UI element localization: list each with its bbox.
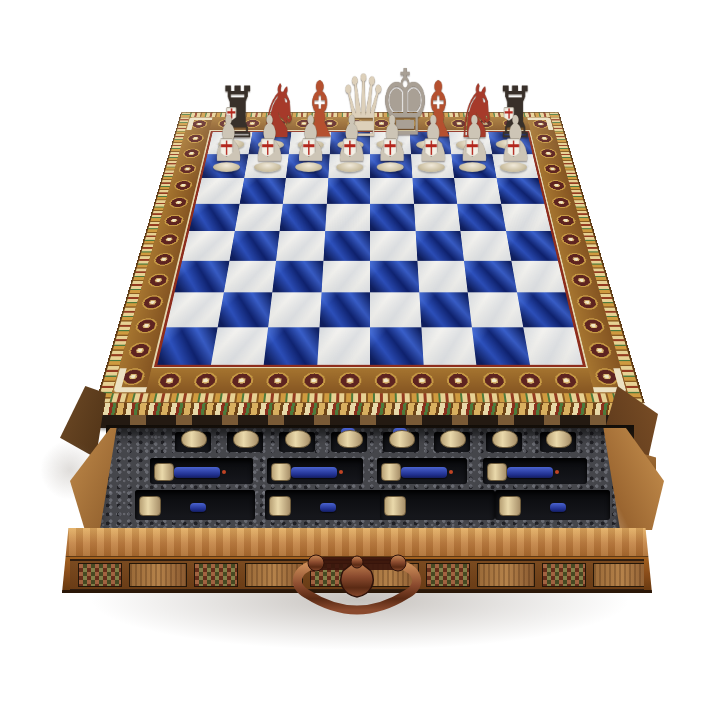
stored-piece-base <box>389 430 415 448</box>
foam-slot-middle-row <box>267 458 363 484</box>
shield-cross-horizontal <box>385 144 396 147</box>
shield-cross-vertical <box>389 140 391 154</box>
shield-cross-vertical <box>226 140 228 154</box>
storage-foam-insert <box>100 428 620 530</box>
stored-piece-base <box>154 463 174 481</box>
shield-cross-horizontal <box>221 144 232 147</box>
foam-slot-back-row <box>227 432 263 452</box>
stored-piece-base <box>285 430 311 448</box>
stored-piece-base <box>139 496 161 516</box>
stored-piece-base <box>337 430 363 448</box>
handle-finial <box>351 556 363 568</box>
inlay-checker-motif <box>426 563 470 587</box>
stored-piece-base <box>546 430 572 448</box>
foam-slot-front-row <box>265 490 385 520</box>
foam-slot-front-row <box>380 490 495 520</box>
inlay-wood-panel <box>593 563 644 587</box>
foam-slot-middle-row <box>377 458 467 484</box>
stored-piece-base <box>269 496 291 516</box>
shield-cross-vertical <box>267 140 269 154</box>
shield-cross-horizontal <box>344 144 355 147</box>
foam-slot-back-row <box>383 432 419 452</box>
stored-blue-piece <box>291 467 337 478</box>
stored-blue-piece <box>174 467 220 478</box>
shield-cross-vertical <box>471 140 473 154</box>
drawer-handle <box>282 550 432 616</box>
shield-cross-vertical <box>512 140 514 154</box>
stored-piece-base <box>181 430 207 448</box>
stored-piece-base <box>487 463 507 481</box>
stored-blue-piece <box>550 503 566 512</box>
foam-slot-back-row <box>175 432 211 452</box>
stored-piece-base <box>381 463 401 481</box>
handle-post-left <box>308 555 324 571</box>
handle-post-right <box>390 555 406 571</box>
shield-cross-vertical <box>308 140 310 154</box>
stored-blue-piece <box>401 467 447 478</box>
red-detail <box>449 470 453 474</box>
inlay-checker-motif <box>194 563 238 587</box>
chess-set-product-photo: ♜♞♝♛♚♝♞♜♟♟♟♟♟♟♟♟ <box>0 0 720 720</box>
red-detail <box>555 470 559 474</box>
shield-cross-horizontal <box>467 144 478 147</box>
foam-slot-back-row <box>434 432 470 452</box>
foam-slot-back-row <box>486 432 522 452</box>
piece-figure: ♟ <box>487 111 539 169</box>
pieces-layer: ♜♞♝♛♚♝♞♜♟♟♟♟♟♟♟♟ <box>161 133 580 363</box>
shield-cross-horizontal <box>262 144 273 147</box>
shield-cross-horizontal <box>508 144 519 147</box>
foam-slot-back-row <box>279 432 315 452</box>
red-detail <box>222 470 226 474</box>
stored-blue-piece <box>190 503 206 512</box>
foam-slot-middle-row <box>150 458 253 484</box>
foam-slot-front-row <box>495 490 610 520</box>
red-detail <box>339 470 343 474</box>
foam-slot-middle-row <box>483 458 587 484</box>
stored-piece-base <box>440 430 466 448</box>
shield-cross-horizontal <box>303 144 314 147</box>
stored-piece-base <box>384 496 406 516</box>
inlay-wood-panel <box>129 563 187 587</box>
board-perspective: ♜♞♝♛♚♝♞♜♟♟♟♟♟♟♟♟ <box>95 146 645 404</box>
inlay-checker-motif <box>542 563 586 587</box>
shield-cross-horizontal <box>426 144 437 147</box>
stored-piece-base <box>271 463 291 481</box>
stored-piece-base <box>492 430 518 448</box>
foam-slot-front-row <box>135 490 255 520</box>
chess-board: ♜♞♝♛♚♝♞♜♟♟♟♟♟♟♟♟ <box>95 112 645 404</box>
foam-slot-back-row <box>540 432 576 452</box>
inlay-checker-motif <box>78 563 122 587</box>
stored-piece-base <box>233 430 259 448</box>
foam-slot-back-row <box>331 432 367 452</box>
shield-cross-vertical <box>430 140 432 154</box>
shield-cross-vertical <box>349 140 351 154</box>
stored-piece-base <box>499 496 521 516</box>
stored-blue-piece <box>320 503 336 512</box>
stored-blue-piece <box>507 467 553 478</box>
inlay-wood-panel <box>477 563 535 587</box>
